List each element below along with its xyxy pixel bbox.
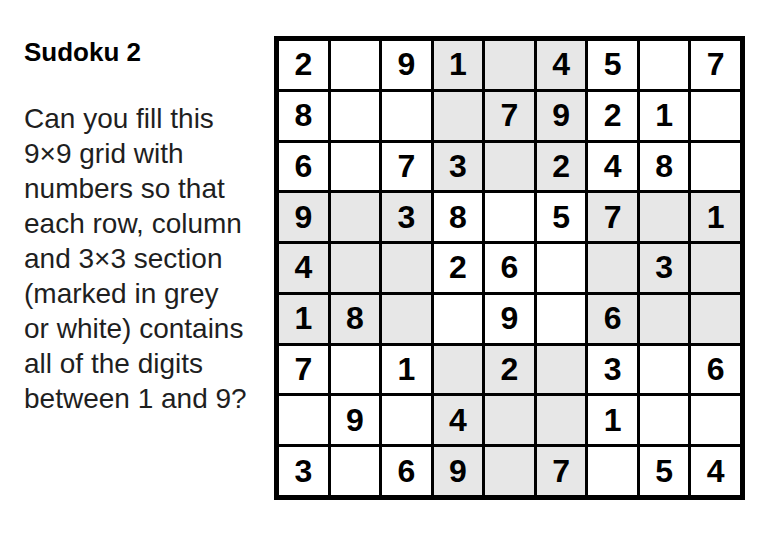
cell-r8c6-empty[interactable]: [537, 396, 586, 444]
cell-r6c5-given: 9: [485, 295, 534, 343]
cell-r5c5-given: 6: [485, 244, 534, 292]
cell-r1c3-given: 9: [382, 41, 431, 89]
cell-r4c8-empty[interactable]: [640, 193, 689, 241]
cell-r7c1-given: 7: [279, 346, 328, 394]
cell-r6c7-given: 6: [588, 295, 637, 343]
instruction-line: each row, column: [24, 206, 247, 241]
cell-r6c3-empty[interactable]: [382, 295, 431, 343]
cell-r3c4-given: 3: [434, 143, 483, 191]
cell-r5c7-empty[interactable]: [588, 244, 637, 292]
cell-r8c8-empty[interactable]: [640, 396, 689, 444]
cell-r3c9-empty[interactable]: [691, 143, 740, 191]
cell-r4c7-given: 7: [588, 193, 637, 241]
slide: Sudoku 2 Can you fill this 9×9 grid with…: [0, 0, 780, 540]
cell-r4c3-given: 3: [382, 193, 431, 241]
cell-r1c4-given: 1: [434, 41, 483, 89]
instruction-line: or white) contains: [24, 311, 247, 346]
cell-r2c3-empty[interactable]: [382, 92, 431, 140]
cell-r3c1-given: 6: [279, 143, 328, 191]
cell-r1c7-given: 5: [588, 41, 637, 89]
cell-r9c9-given: 4: [691, 447, 740, 495]
cell-r6c2-given: 8: [331, 295, 380, 343]
cell-r4c1-given: 9: [279, 193, 328, 241]
cell-r3c2-empty[interactable]: [331, 143, 380, 191]
cell-r8c2-given: 9: [331, 396, 380, 444]
cell-r8c4-given: 4: [434, 396, 483, 444]
cell-r8c7-given: 1: [588, 396, 637, 444]
cell-r8c9-empty[interactable]: [691, 396, 740, 444]
cell-r6c8-empty[interactable]: [640, 295, 689, 343]
cell-r4c6-given: 5: [537, 193, 586, 241]
page-title: Sudoku 2: [24, 36, 141, 68]
cell-r5c1-given: 4: [279, 244, 328, 292]
cell-r2c9-empty[interactable]: [691, 92, 740, 140]
cell-r4c4-given: 8: [434, 193, 483, 241]
instruction-line: Can you fill this: [24, 101, 247, 136]
cell-r3c3-given: 7: [382, 143, 431, 191]
cell-r9c6-given: 7: [537, 447, 586, 495]
cell-r6c4-empty[interactable]: [434, 295, 483, 343]
cell-r5c6-empty[interactable]: [537, 244, 586, 292]
cell-r5c8-given: 3: [640, 244, 689, 292]
instruction-line: 9×9 grid with: [24, 136, 247, 171]
instruction-line: (marked in grey: [24, 276, 247, 311]
cell-r2c6-given: 9: [537, 92, 586, 140]
cell-r2c4-empty[interactable]: [434, 92, 483, 140]
cell-r5c9-empty[interactable]: [691, 244, 740, 292]
cell-r3c6-given: 2: [537, 143, 586, 191]
cell-r4c2-empty[interactable]: [331, 193, 380, 241]
cell-r5c2-empty[interactable]: [331, 244, 380, 292]
cell-r9c1-given: 3: [279, 447, 328, 495]
cell-r1c6-given: 4: [537, 41, 586, 89]
cell-r4c5-empty[interactable]: [485, 193, 534, 241]
cell-r2c7-given: 2: [588, 92, 637, 140]
cell-r3c5-empty[interactable]: [485, 143, 534, 191]
cell-r9c2-empty[interactable]: [331, 447, 380, 495]
cell-r5c4-given: 2: [434, 244, 483, 292]
cell-r7c5-given: 2: [485, 346, 534, 394]
cell-r4c9-given: 1: [691, 193, 740, 241]
instruction-line: all of the digits: [24, 346, 247, 381]
cell-r2c2-empty[interactable]: [331, 92, 380, 140]
cell-r1c8-empty[interactable]: [640, 41, 689, 89]
cell-r8c5-empty[interactable]: [485, 396, 534, 444]
cell-r7c4-empty[interactable]: [434, 346, 483, 394]
cell-r6c1-given: 1: [279, 295, 328, 343]
cell-r7c3-given: 1: [382, 346, 431, 394]
cell-r6c9-empty[interactable]: [691, 295, 740, 343]
cell-r7c8-empty[interactable]: [640, 346, 689, 394]
cell-r1c1-given: 2: [279, 41, 328, 89]
cell-r8c3-empty[interactable]: [382, 396, 431, 444]
cell-r9c7-empty[interactable]: [588, 447, 637, 495]
cell-r2c8-given: 1: [640, 92, 689, 140]
cell-r7c2-empty[interactable]: [331, 346, 380, 394]
cell-r3c7-given: 4: [588, 143, 637, 191]
cell-r7c6-empty[interactable]: [537, 346, 586, 394]
cell-r7c9-given: 6: [691, 346, 740, 394]
cell-r1c9-given: 7: [691, 41, 740, 89]
cell-r6c6-empty[interactable]: [537, 295, 586, 343]
cell-r2c1-given: 8: [279, 92, 328, 140]
cell-r1c2-empty[interactable]: [331, 41, 380, 89]
cell-r9c5-empty[interactable]: [485, 447, 534, 495]
puzzle-instructions: Can you fill this 9×9 grid with numbers …: [24, 101, 247, 416]
cell-r9c4-given: 9: [434, 447, 483, 495]
instruction-line: between 1 and 9?: [24, 381, 247, 416]
cell-r5c3-empty[interactable]: [382, 244, 431, 292]
cell-r9c3-given: 6: [382, 447, 431, 495]
instruction-line: and 3×3 section: [24, 241, 247, 276]
cell-r2c5-given: 7: [485, 92, 534, 140]
instruction-line: numbers so that: [24, 171, 247, 206]
cell-r8c1-empty[interactable]: [279, 396, 328, 444]
cell-r3c8-given: 8: [640, 143, 689, 191]
cell-r9c8-given: 5: [640, 447, 689, 495]
cell-r7c7-given: 3: [588, 346, 637, 394]
sudoku-grid: 2914578792167324893857142631896712369413…: [274, 36, 745, 500]
cell-r1c5-empty[interactable]: [485, 41, 534, 89]
